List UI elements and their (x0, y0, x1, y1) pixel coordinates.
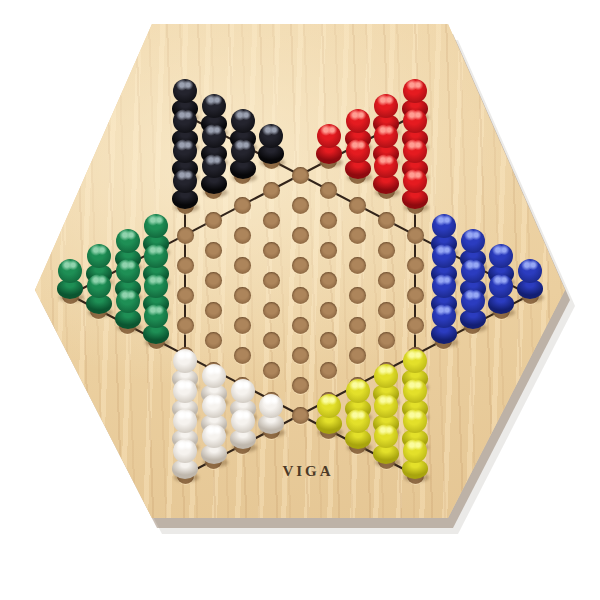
peg-head (346, 109, 370, 133)
peg-head (173, 349, 197, 373)
peg-head (144, 214, 168, 238)
hole-c4-5[interactable] (177, 257, 194, 274)
hole-c8-5[interactable] (292, 317, 309, 334)
peg-head (202, 124, 226, 148)
hole-c9-5[interactable] (320, 302, 337, 319)
peg-head (202, 394, 226, 418)
hole-c10-2[interactable] (349, 197, 366, 214)
peg-head (518, 259, 542, 283)
hole-c10-3[interactable] (349, 227, 366, 244)
hole-c9-7[interactable] (320, 362, 337, 379)
hole-c11-6[interactable] (378, 302, 395, 319)
peg-head (346, 409, 370, 433)
hole-c11-5[interactable] (378, 272, 395, 289)
peg-head (317, 394, 341, 418)
peg-red-1[interactable] (315, 124, 343, 168)
peg-blue-4[interactable] (430, 304, 458, 348)
peg-head (259, 124, 283, 148)
peg-white-10[interactable] (257, 394, 285, 438)
peg-head (346, 379, 370, 403)
peg-head (374, 424, 398, 448)
hole-c8-7[interactable] (292, 377, 309, 394)
hole-c7-1[interactable] (263, 182, 280, 199)
hole-c4-6[interactable] (177, 287, 194, 304)
peg-head (87, 274, 111, 298)
peg-blue-7[interactable] (459, 289, 487, 333)
peg-head (231, 409, 255, 433)
hole-c12-7[interactable] (407, 317, 424, 334)
peg-head (432, 244, 456, 268)
peg-head (346, 139, 370, 163)
hole-c8-1[interactable] (292, 197, 309, 214)
peg-head (231, 109, 255, 133)
hole-c9-4[interactable] (320, 272, 337, 289)
peg-head (144, 244, 168, 268)
peg-black-10[interactable] (257, 124, 285, 168)
peg-red-10[interactable] (401, 169, 429, 213)
hole-c11-4[interactable] (378, 242, 395, 259)
hole-c8-6[interactable] (292, 347, 309, 364)
hole-c9-3[interactable] (320, 242, 337, 259)
board: VIGA (0, 0, 600, 600)
hole-c8-3[interactable] (292, 257, 309, 274)
peg-head (202, 94, 226, 118)
peg-head (403, 139, 427, 163)
hole-c12-6[interactable] (407, 287, 424, 304)
peg-head (403, 439, 427, 463)
peg-yellow-3[interactable] (344, 409, 372, 453)
hole-c10-6[interactable] (349, 317, 366, 334)
peg-head (374, 154, 398, 178)
peg-head (116, 229, 140, 253)
peg-white-7[interactable] (200, 424, 228, 468)
hole-c5-6[interactable] (205, 302, 222, 319)
peg-head (489, 244, 513, 268)
peg-black-9[interactable] (229, 139, 257, 183)
brand-logo: VIGA (250, 463, 366, 480)
peg-black-4[interactable] (171, 169, 199, 213)
peg-head (173, 79, 197, 103)
hole-c9-2[interactable] (320, 212, 337, 229)
hole-c6-2[interactable] (234, 197, 251, 214)
peg-head (489, 274, 513, 298)
hole-c6-6[interactable] (234, 317, 251, 334)
peg-head (231, 379, 255, 403)
peg-head (202, 424, 226, 448)
peg-green-3[interactable] (85, 274, 113, 318)
peg-head (461, 229, 485, 253)
hole-c4-7[interactable] (177, 317, 194, 334)
peg-red-3[interactable] (344, 139, 372, 183)
peg-head (173, 139, 197, 163)
peg-head (173, 109, 197, 133)
peg-head (374, 124, 398, 148)
peg-head (374, 364, 398, 388)
peg-head (461, 259, 485, 283)
peg-head (259, 394, 283, 418)
peg-head (317, 124, 341, 148)
hole-c4-4[interactable] (177, 227, 194, 244)
hole-c8-8[interactable] (292, 407, 309, 424)
hole-c6-3[interactable] (234, 227, 251, 244)
hole-c8-4[interactable] (292, 287, 309, 304)
hole-c10-5[interactable] (349, 287, 366, 304)
hole-c9-1[interactable] (320, 182, 337, 199)
hole-c6-5[interactable] (234, 287, 251, 304)
peg-head (173, 409, 197, 433)
hole-c11-7[interactable] (378, 332, 395, 349)
product-photo-scene: VIGA (0, 0, 600, 600)
peg-head (403, 109, 427, 133)
peg-head (403, 169, 427, 193)
peg-yellow-1[interactable] (315, 394, 343, 438)
hole-c5-7[interactable] (205, 332, 222, 349)
peg-head (173, 439, 197, 463)
peg-green-10[interactable] (142, 304, 170, 348)
peg-head (403, 349, 427, 373)
peg-head (432, 214, 456, 238)
hole-c12-5[interactable] (407, 257, 424, 274)
hole-c7-2[interactable] (263, 212, 280, 229)
hole-c5-4[interactable] (205, 242, 222, 259)
hole-c6-7[interactable] (234, 347, 251, 364)
peg-green-1[interactable] (56, 259, 84, 303)
peg-blue-9[interactable] (487, 274, 515, 318)
peg-head (374, 94, 398, 118)
peg-blue-10[interactable] (516, 259, 544, 303)
hole-c12-4[interactable] (407, 227, 424, 244)
peg-head (374, 394, 398, 418)
peg-red-6[interactable] (372, 154, 400, 198)
peg-head (403, 379, 427, 403)
hole-c11-3[interactable] (378, 212, 395, 229)
peg-head (87, 244, 111, 268)
hole-c5-3[interactable] (205, 212, 222, 229)
hole-c7-3[interactable] (263, 242, 280, 259)
hole-c10-4[interactable] (349, 257, 366, 274)
peg-head (144, 304, 168, 328)
hole-c9-6[interactable] (320, 332, 337, 349)
peg-head (58, 259, 82, 283)
peg-head (403, 79, 427, 103)
peg-head (202, 154, 226, 178)
peg-green-6[interactable] (114, 289, 142, 333)
peg-head (403, 409, 427, 433)
peg-head (432, 274, 456, 298)
peg-head (461, 289, 485, 313)
peg-black-7[interactable] (200, 154, 228, 198)
hole-c8-2[interactable] (292, 227, 309, 244)
peg-white-9[interactable] (229, 409, 257, 453)
hole-c7-5[interactable] (263, 302, 280, 319)
peg-head (432, 304, 456, 328)
peg-head (116, 259, 140, 283)
hole-c7-6[interactable] (263, 332, 280, 349)
peg-yellow-10[interactable] (401, 439, 429, 483)
peg-yellow-6[interactable] (372, 424, 400, 468)
peg-white-4[interactable] (171, 439, 199, 483)
peg-head (173, 169, 197, 193)
peg-head (202, 364, 226, 388)
peg-head (144, 274, 168, 298)
hole-c5-5[interactable] (205, 272, 222, 289)
hole-c7-7[interactable] (263, 362, 280, 379)
peg-head (116, 289, 140, 313)
peg-head (231, 139, 255, 163)
hole-c10-7[interactable] (349, 347, 366, 364)
hole-c7-4[interactable] (263, 272, 280, 289)
peg-head (173, 379, 197, 403)
hole-c8-0[interactable] (292, 167, 309, 184)
hole-c6-4[interactable] (234, 257, 251, 274)
